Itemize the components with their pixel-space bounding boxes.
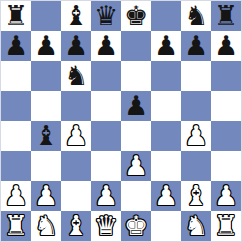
square-e8[interactable]: ♚ [121, 1, 151, 31]
square-a3[interactable] [1, 151, 31, 181]
black-rook: ♜ [214, 1, 238, 31]
square-h3[interactable] [211, 151, 241, 181]
white-pawn: ♟ [184, 121, 208, 151]
square-e1[interactable]: ♚ [121, 211, 151, 241]
square-e5[interactable]: ♟ [121, 91, 151, 121]
white-bishop: ♝ [184, 181, 208, 211]
square-a6[interactable] [1, 61, 31, 91]
square-f4[interactable] [151, 121, 181, 151]
square-a8[interactable]: ♜ [1, 1, 31, 31]
black-pawn: ♟ [4, 31, 28, 61]
square-e3[interactable]: ♟ [121, 151, 151, 181]
square-b6[interactable] [31, 61, 61, 91]
square-g1[interactable]: ♞ [181, 211, 211, 241]
white-rook: ♜ [4, 211, 28, 241]
square-f2[interactable]: ♟ [151, 181, 181, 211]
black-pawn: ♟ [124, 91, 148, 121]
square-h1[interactable]: ♜ [211, 211, 241, 241]
white-pawn: ♟ [214, 181, 238, 211]
square-b5[interactable] [31, 91, 61, 121]
square-h6[interactable] [211, 61, 241, 91]
black-bishop: ♝ [34, 121, 58, 151]
square-c1[interactable]: ♝ [61, 211, 91, 241]
white-king: ♚ [124, 211, 148, 241]
square-c3[interactable] [61, 151, 91, 181]
square-h5[interactable] [211, 91, 241, 121]
square-b1[interactable]: ♞ [31, 211, 61, 241]
square-d4[interactable] [91, 121, 121, 151]
white-pawn: ♟ [4, 181, 28, 211]
square-e6[interactable] [121, 61, 151, 91]
black-pawn: ♟ [214, 31, 238, 61]
black-bishop: ♝ [64, 1, 88, 31]
square-g5[interactable] [181, 91, 211, 121]
square-h7[interactable]: ♟ [211, 31, 241, 61]
square-b2[interactable]: ♟ [31, 181, 61, 211]
square-a7[interactable]: ♟ [1, 31, 31, 61]
square-e7[interactable] [121, 31, 151, 61]
square-d2[interactable]: ♟ [91, 181, 121, 211]
black-pawn: ♟ [34, 31, 58, 61]
white-pawn: ♟ [34, 181, 58, 211]
square-c8[interactable]: ♝ [61, 1, 91, 31]
square-a4[interactable] [1, 121, 31, 151]
white-knight: ♞ [34, 211, 58, 241]
black-knight: ♞ [184, 1, 208, 31]
black-rook: ♜ [4, 1, 28, 31]
square-g7[interactable]: ♟ [181, 31, 211, 61]
black-queen: ♛ [94, 1, 118, 31]
square-c2[interactable] [61, 181, 91, 211]
white-queen: ♛ [94, 211, 118, 241]
white-pawn: ♟ [154, 181, 178, 211]
square-g3[interactable] [181, 151, 211, 181]
chess-board: ♜♝♛♚♞♜♟♟♟♟♟♟♟♞♟♝♟♟♟♟♟♟♟♝♟♜♞♝♛♚♞♜ [0, 0, 242, 242]
black-pawn: ♟ [184, 31, 208, 61]
white-pawn: ♟ [124, 151, 148, 181]
square-h8[interactable]: ♜ [211, 1, 241, 31]
black-knight: ♞ [64, 61, 88, 91]
square-d8[interactable]: ♛ [91, 1, 121, 31]
square-f1[interactable] [151, 211, 181, 241]
square-h2[interactable]: ♟ [211, 181, 241, 211]
white-pawn: ♟ [64, 121, 88, 151]
black-pawn: ♟ [94, 31, 118, 61]
square-c7[interactable]: ♟ [61, 31, 91, 61]
square-c6[interactable]: ♞ [61, 61, 91, 91]
square-g6[interactable] [181, 61, 211, 91]
square-f7[interactable]: ♟ [151, 31, 181, 61]
square-g2[interactable]: ♝ [181, 181, 211, 211]
square-b4[interactable]: ♝ [31, 121, 61, 151]
square-f8[interactable] [151, 1, 181, 31]
square-a2[interactable]: ♟ [1, 181, 31, 211]
white-bishop: ♝ [64, 211, 88, 241]
black-king: ♚ [124, 1, 148, 31]
square-e2[interactable] [121, 181, 151, 211]
square-e4[interactable] [121, 121, 151, 151]
square-g4[interactable]: ♟ [181, 121, 211, 151]
square-d5[interactable] [91, 91, 121, 121]
square-a5[interactable] [1, 91, 31, 121]
square-d3[interactable] [91, 151, 121, 181]
square-f5[interactable] [151, 91, 181, 121]
square-d1[interactable]: ♛ [91, 211, 121, 241]
square-b7[interactable]: ♟ [31, 31, 61, 61]
black-pawn: ♟ [154, 31, 178, 61]
square-g8[interactable]: ♞ [181, 1, 211, 31]
square-d7[interactable]: ♟ [91, 31, 121, 61]
square-h4[interactable] [211, 121, 241, 151]
black-pawn: ♟ [64, 31, 88, 61]
square-f6[interactable] [151, 61, 181, 91]
white-pawn: ♟ [94, 181, 118, 211]
square-d6[interactable] [91, 61, 121, 91]
square-b8[interactable] [31, 1, 61, 31]
square-c5[interactable] [61, 91, 91, 121]
white-knight: ♞ [184, 211, 208, 241]
square-b3[interactable] [31, 151, 61, 181]
white-rook: ♜ [214, 211, 238, 241]
square-f3[interactable] [151, 151, 181, 181]
square-c4[interactable]: ♟ [61, 121, 91, 151]
square-a1[interactable]: ♜ [1, 211, 31, 241]
